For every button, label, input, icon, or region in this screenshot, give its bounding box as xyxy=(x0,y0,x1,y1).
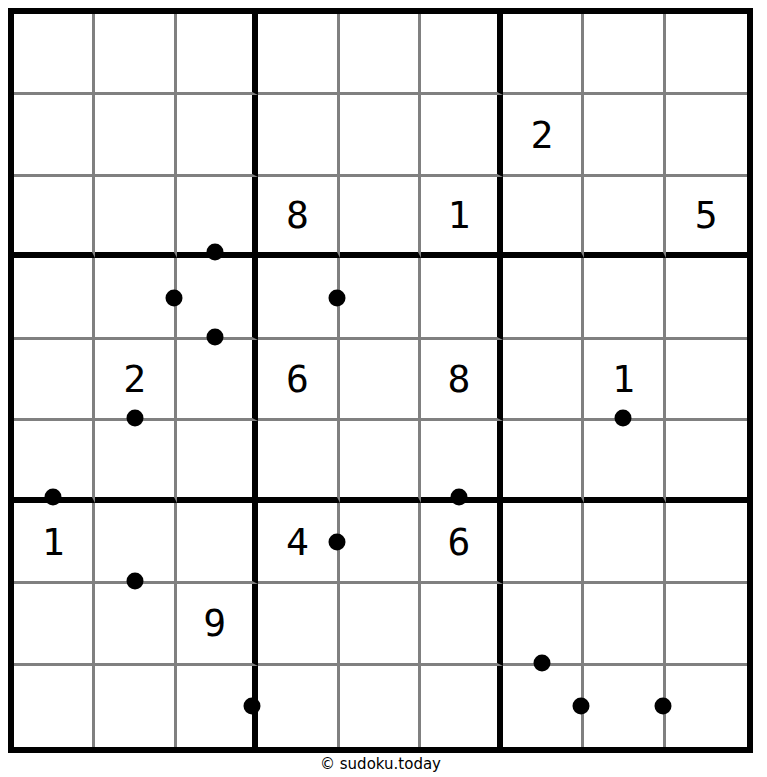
cell-r7c6[interactable]: 6 xyxy=(421,503,502,584)
sudoku-board: 281526811469 xyxy=(8,8,753,753)
copyright-text: © sudoku.today xyxy=(8,755,753,773)
cell-r2c3[interactable] xyxy=(177,95,258,176)
cell-r5c7[interactable] xyxy=(503,340,584,421)
cell-r3c2[interactable] xyxy=(95,177,176,258)
cell-r9c6[interactable] xyxy=(421,666,502,747)
cell-r5c8[interactable]: 1 xyxy=(584,340,665,421)
cell-r3c6[interactable]: 1 xyxy=(421,177,502,258)
cell-r4c5[interactable] xyxy=(340,258,421,339)
cell-r7c2[interactable] xyxy=(95,503,176,584)
given-digit: 8 xyxy=(286,196,309,234)
cell-r8c5[interactable] xyxy=(340,584,421,665)
cell-r4c8[interactable] xyxy=(584,258,665,339)
cell-r7c8[interactable] xyxy=(584,503,665,584)
cell-r1c9[interactable] xyxy=(666,14,747,95)
cell-r2c7[interactable]: 2 xyxy=(503,95,584,176)
cell-r5c9[interactable] xyxy=(666,340,747,421)
cell-r1c3[interactable] xyxy=(177,14,258,95)
cell-r8c7[interactable] xyxy=(503,584,584,665)
given-digit: 4 xyxy=(286,523,309,561)
cell-r9c7[interactable] xyxy=(503,666,584,747)
cell-r6c1[interactable] xyxy=(14,421,95,502)
given-digit: 1 xyxy=(42,523,65,561)
cell-r8c2[interactable] xyxy=(95,584,176,665)
cell-r6c6[interactable] xyxy=(421,421,502,502)
cell-r4c9[interactable] xyxy=(666,258,747,339)
cell-r4c4[interactable] xyxy=(258,258,339,339)
given-digit: 6 xyxy=(286,360,309,398)
cell-r1c1[interactable] xyxy=(14,14,95,95)
cell-r1c2[interactable] xyxy=(95,14,176,95)
cell-r8c3[interactable]: 9 xyxy=(177,584,258,665)
given-digit: 9 xyxy=(203,604,226,642)
cell-r4c6[interactable] xyxy=(421,258,502,339)
cell-r6c9[interactable] xyxy=(666,421,747,502)
given-digit: 2 xyxy=(123,360,146,398)
cell-r8c4[interactable] xyxy=(258,584,339,665)
cell-r8c6[interactable] xyxy=(421,584,502,665)
cell-r7c7[interactable] xyxy=(503,503,584,584)
cell-r9c2[interactable] xyxy=(95,666,176,747)
cell-r9c3[interactable] xyxy=(177,666,258,747)
cell-r3c3[interactable] xyxy=(177,177,258,258)
cell-r8c1[interactable] xyxy=(14,584,95,665)
cell-r9c5[interactable] xyxy=(340,666,421,747)
cell-r1c7[interactable] xyxy=(503,14,584,95)
cell-r9c9[interactable] xyxy=(666,666,747,747)
cell-r1c8[interactable] xyxy=(584,14,665,95)
cell-r2c5[interactable] xyxy=(340,95,421,176)
cell-r3c9[interactable]: 5 xyxy=(666,177,747,258)
cell-r5c4[interactable]: 6 xyxy=(258,340,339,421)
cell-r6c8[interactable] xyxy=(584,421,665,502)
cell-r2c6[interactable] xyxy=(421,95,502,176)
given-digit: 1 xyxy=(447,196,470,234)
cell-r9c4[interactable] xyxy=(258,666,339,747)
cell-r5c5[interactable] xyxy=(340,340,421,421)
cell-r3c7[interactable] xyxy=(503,177,584,258)
sudoku-page: 281526811469 © sudoku.today xyxy=(0,0,767,777)
cell-r4c7[interactable] xyxy=(503,258,584,339)
cell-r3c4[interactable]: 8 xyxy=(258,177,339,258)
cell-r3c1[interactable] xyxy=(14,177,95,258)
cell-r2c2[interactable] xyxy=(95,95,176,176)
cell-r6c7[interactable] xyxy=(503,421,584,502)
cell-r7c9[interactable] xyxy=(666,503,747,584)
cell-r5c3[interactable] xyxy=(177,340,258,421)
cell-r2c1[interactable] xyxy=(14,95,95,176)
cell-r5c6[interactable]: 8 xyxy=(421,340,502,421)
cell-r2c4[interactable] xyxy=(258,95,339,176)
cell-r4c1[interactable] xyxy=(14,258,95,339)
cell-r2c8[interactable] xyxy=(584,95,665,176)
cell-r2c9[interactable] xyxy=(666,95,747,176)
cell-r6c4[interactable] xyxy=(258,421,339,502)
cell-r7c4[interactable]: 4 xyxy=(258,503,339,584)
given-digit: 2 xyxy=(530,116,553,154)
given-digit: 5 xyxy=(695,196,718,234)
cell-r7c1[interactable]: 1 xyxy=(14,503,95,584)
cell-r7c5[interactable] xyxy=(340,503,421,584)
given-digit: 1 xyxy=(612,360,635,398)
cell-r3c5[interactable] xyxy=(340,177,421,258)
cell-r8c9[interactable] xyxy=(666,584,747,665)
cell-r4c2[interactable] xyxy=(95,258,176,339)
cell-r3c8[interactable] xyxy=(584,177,665,258)
cell-r6c5[interactable] xyxy=(340,421,421,502)
cell-r8c8[interactable] xyxy=(584,584,665,665)
cell-r9c1[interactable] xyxy=(14,666,95,747)
cell-r6c2[interactable] xyxy=(95,421,176,502)
cell-r7c3[interactable] xyxy=(177,503,258,584)
cell-r5c1[interactable] xyxy=(14,340,95,421)
cell-r4c3[interactable] xyxy=(177,258,258,339)
cell-r1c5[interactable] xyxy=(340,14,421,95)
given-digit: 8 xyxy=(447,360,470,398)
cell-r1c4[interactable] xyxy=(258,14,339,95)
cell-r6c3[interactable] xyxy=(177,421,258,502)
given-digit: 6 xyxy=(447,523,470,561)
cell-r5c2[interactable]: 2 xyxy=(95,340,176,421)
cell-r1c6[interactable] xyxy=(421,14,502,95)
cell-r9c8[interactable] xyxy=(584,666,665,747)
